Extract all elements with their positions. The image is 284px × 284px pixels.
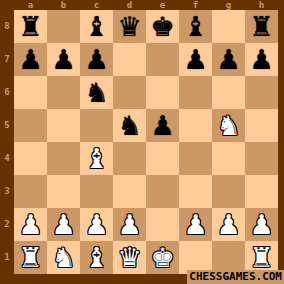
file-label-a: a (14, 0, 47, 10)
black-pawn[interactable]: ♟ (150, 109, 174, 142)
white-knight[interactable]: ♞ (216, 109, 240, 142)
chess-board: ♜♝♛♚♝♜♟♟♟♟♟♟♞♞♟♞♝♟♟♟♟♟♟♟♜♞♝♛♚♜ (14, 10, 278, 274)
rank-label-7: 7 (0, 43, 14, 76)
square-e6[interactable] (146, 76, 179, 109)
file-labels: abcdefgh (14, 0, 278, 10)
square-h6[interactable] (245, 76, 278, 109)
file-label-e: e (146, 0, 179, 10)
square-f7[interactable]: ♟ (179, 43, 212, 76)
square-f8[interactable]: ♝ (179, 10, 212, 43)
square-g6[interactable] (212, 76, 245, 109)
square-e1[interactable]: ♚ (146, 241, 179, 274)
square-b1[interactable]: ♞ (47, 241, 80, 274)
square-h2[interactable]: ♟ (245, 208, 278, 241)
square-g2[interactable]: ♟ (212, 208, 245, 241)
rank-label-5: 5 (0, 109, 14, 142)
square-c3[interactable] (80, 175, 113, 208)
square-b3[interactable] (47, 175, 80, 208)
square-d6[interactable] (113, 76, 146, 109)
square-d7[interactable] (113, 43, 146, 76)
square-c5[interactable] (80, 109, 113, 142)
white-pawn[interactable]: ♟ (216, 208, 240, 241)
square-g3[interactable] (212, 175, 245, 208)
black-knight[interactable]: ♞ (84, 76, 108, 109)
white-bishop[interactable]: ♝ (84, 241, 108, 274)
square-d2[interactable]: ♟ (113, 208, 146, 241)
square-a6[interactable] (14, 76, 47, 109)
square-f6[interactable] (179, 76, 212, 109)
rank-label-1: 1 (0, 241, 14, 274)
square-a5[interactable] (14, 109, 47, 142)
square-a1[interactable]: ♜ (14, 241, 47, 274)
square-d4[interactable] (113, 142, 146, 175)
black-pawn[interactable]: ♟ (216, 43, 240, 76)
white-queen[interactable]: ♛ (117, 241, 141, 274)
black-queen[interactable]: ♛ (117, 10, 141, 43)
square-e4[interactable] (146, 142, 179, 175)
square-d5[interactable]: ♞ (113, 109, 146, 142)
square-h7[interactable]: ♟ (245, 43, 278, 76)
file-label-h: h (245, 0, 278, 10)
square-f2[interactable]: ♟ (179, 208, 212, 241)
square-c4[interactable]: ♝ (80, 142, 113, 175)
white-knight[interactable]: ♞ (51, 241, 75, 274)
square-a4[interactable] (14, 142, 47, 175)
chessgames-watermark: CHESSGAMES.COM (187, 270, 284, 284)
rank-label-4: 4 (0, 142, 14, 175)
rank-label-8: 8 (0, 10, 14, 43)
black-pawn[interactable]: ♟ (51, 43, 75, 76)
square-h5[interactable] (245, 109, 278, 142)
square-b2[interactable]: ♟ (47, 208, 80, 241)
square-b4[interactable] (47, 142, 80, 175)
black-king[interactable]: ♚ (150, 10, 174, 43)
square-b7[interactable]: ♟ (47, 43, 80, 76)
black-knight[interactable]: ♞ (117, 109, 141, 142)
square-h4[interactable] (245, 142, 278, 175)
white-pawn[interactable]: ♟ (51, 208, 75, 241)
square-c2[interactable]: ♟ (80, 208, 113, 241)
square-e2[interactable] (146, 208, 179, 241)
square-h8[interactable]: ♜ (245, 10, 278, 43)
chess-board-frame: abcdefgh 87654321 ♜♝♛♚♝♜♟♟♟♟♟♟♞♞♟♞♝♟♟♟♟♟… (0, 0, 284, 284)
rank-label-3: 3 (0, 175, 14, 208)
square-a8[interactable]: ♜ (14, 10, 47, 43)
black-bishop[interactable]: ♝ (84, 10, 108, 43)
black-pawn[interactable]: ♟ (183, 43, 207, 76)
square-a7[interactable]: ♟ (14, 43, 47, 76)
square-g8[interactable] (212, 10, 245, 43)
file-label-f: f (179, 0, 212, 10)
white-bishop[interactable]: ♝ (84, 142, 108, 175)
square-e8[interactable]: ♚ (146, 10, 179, 43)
square-g4[interactable] (212, 142, 245, 175)
black-rook[interactable]: ♜ (18, 10, 42, 43)
square-g5[interactable]: ♞ (212, 109, 245, 142)
square-b8[interactable] (47, 10, 80, 43)
white-pawn[interactable]: ♟ (18, 208, 42, 241)
rank-label-6: 6 (0, 76, 14, 109)
square-d3[interactable] (113, 175, 146, 208)
rank-label-2: 2 (0, 208, 14, 241)
white-pawn[interactable]: ♟ (249, 208, 273, 241)
square-f5[interactable] (179, 109, 212, 142)
square-c7[interactable]: ♟ (80, 43, 113, 76)
square-c8[interactable]: ♝ (80, 10, 113, 43)
square-g7[interactable]: ♟ (212, 43, 245, 76)
white-king[interactable]: ♚ (150, 241, 174, 274)
square-e3[interactable] (146, 175, 179, 208)
black-pawn[interactable]: ♟ (84, 43, 108, 76)
square-f3[interactable] (179, 175, 212, 208)
white-pawn[interactable]: ♟ (183, 208, 207, 241)
square-b5[interactable] (47, 109, 80, 142)
black-rook[interactable]: ♜ (249, 10, 273, 43)
square-a3[interactable] (14, 175, 47, 208)
white-pawn[interactable]: ♟ (117, 208, 141, 241)
black-bishop[interactable]: ♝ (183, 10, 207, 43)
black-pawn[interactable]: ♟ (18, 43, 42, 76)
square-b6[interactable] (47, 76, 80, 109)
square-a2[interactable]: ♟ (14, 208, 47, 241)
square-d1[interactable]: ♛ (113, 241, 146, 274)
square-e5[interactable]: ♟ (146, 109, 179, 142)
white-pawn[interactable]: ♟ (84, 208, 108, 241)
file-label-g: g (212, 0, 245, 10)
square-c6[interactable]: ♞ (80, 76, 113, 109)
white-rook[interactable]: ♜ (18, 241, 42, 274)
square-h3[interactable] (245, 175, 278, 208)
rank-labels: 87654321 (0, 10, 14, 274)
square-d8[interactable]: ♛ (113, 10, 146, 43)
square-e7[interactable] (146, 43, 179, 76)
file-label-b: b (47, 0, 80, 10)
black-pawn[interactable]: ♟ (249, 43, 273, 76)
square-f4[interactable] (179, 142, 212, 175)
square-c1[interactable]: ♝ (80, 241, 113, 274)
file-label-d: d (113, 0, 146, 10)
file-label-c: c (80, 0, 113, 10)
